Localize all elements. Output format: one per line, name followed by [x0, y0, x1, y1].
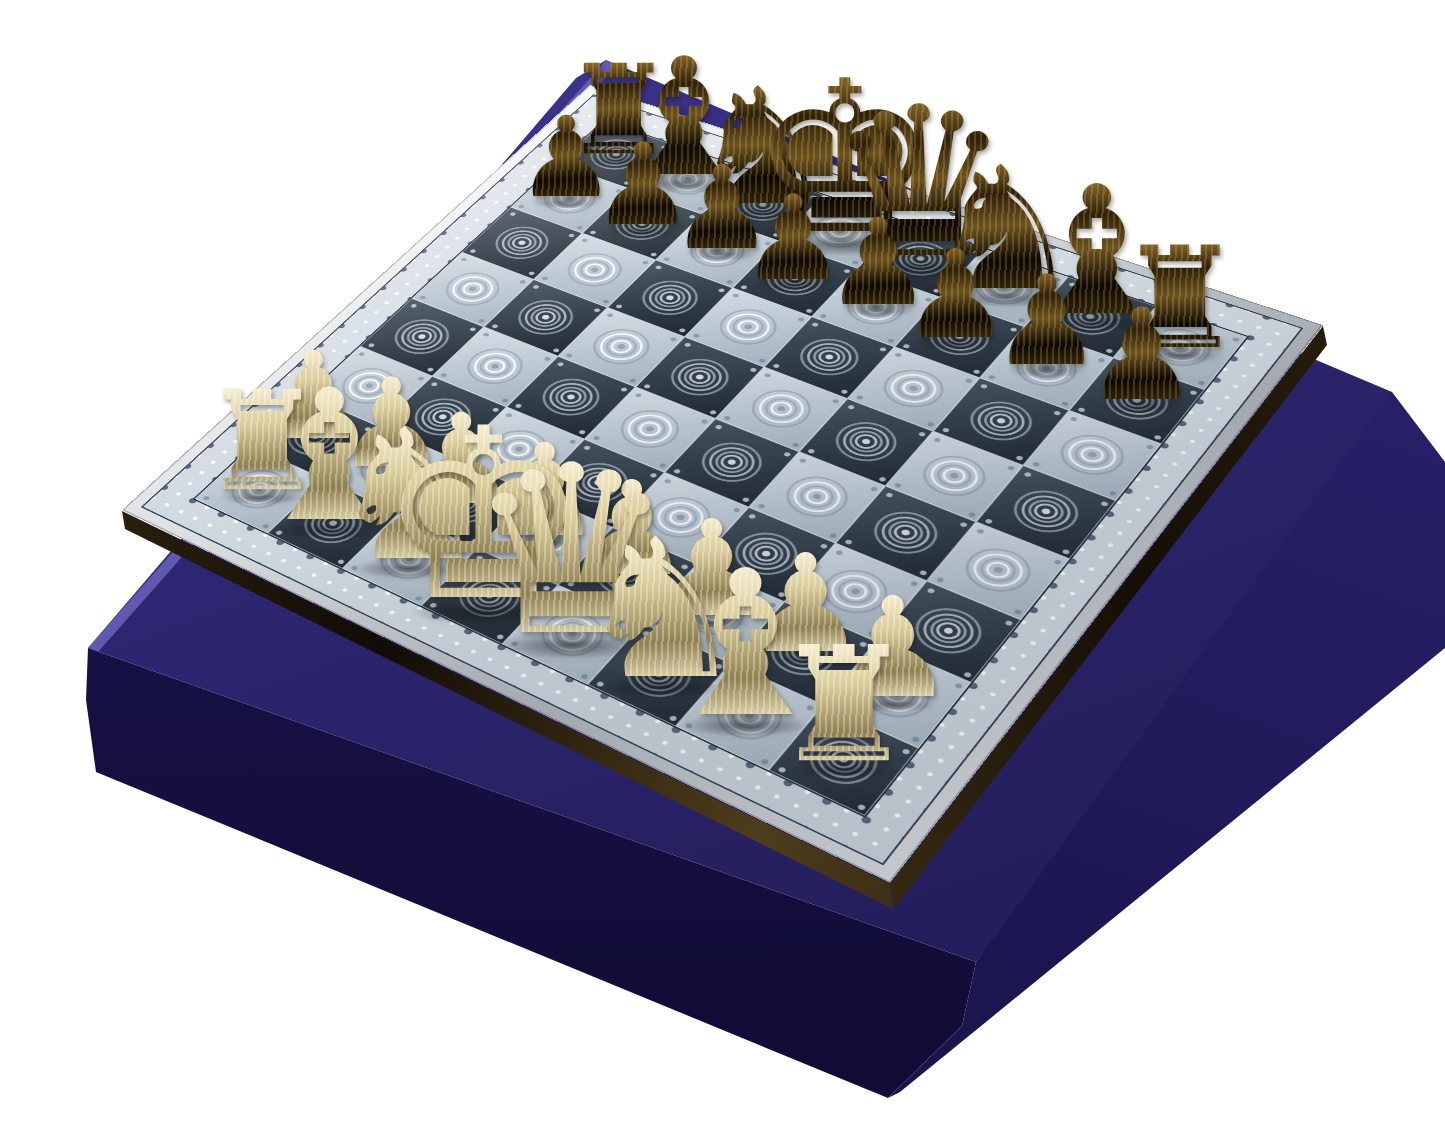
piece-white-rook-h1[interactable]: ♜ — [764, 626, 923, 785]
pawn-glyph: ♟ — [1078, 292, 1205, 419]
rook-glyph: ♜ — [764, 626, 923, 785]
product-photo-scene: ♜♝♞♚♛♞♝♜♟♟♟♟♟♟♟♟♟♟♟♟♟♟♟♟♜♝♞♚♛♞♝♜ — [0, 0, 1445, 1144]
piece-black-pawn-h7[interactable]: ♟ — [1078, 292, 1205, 419]
